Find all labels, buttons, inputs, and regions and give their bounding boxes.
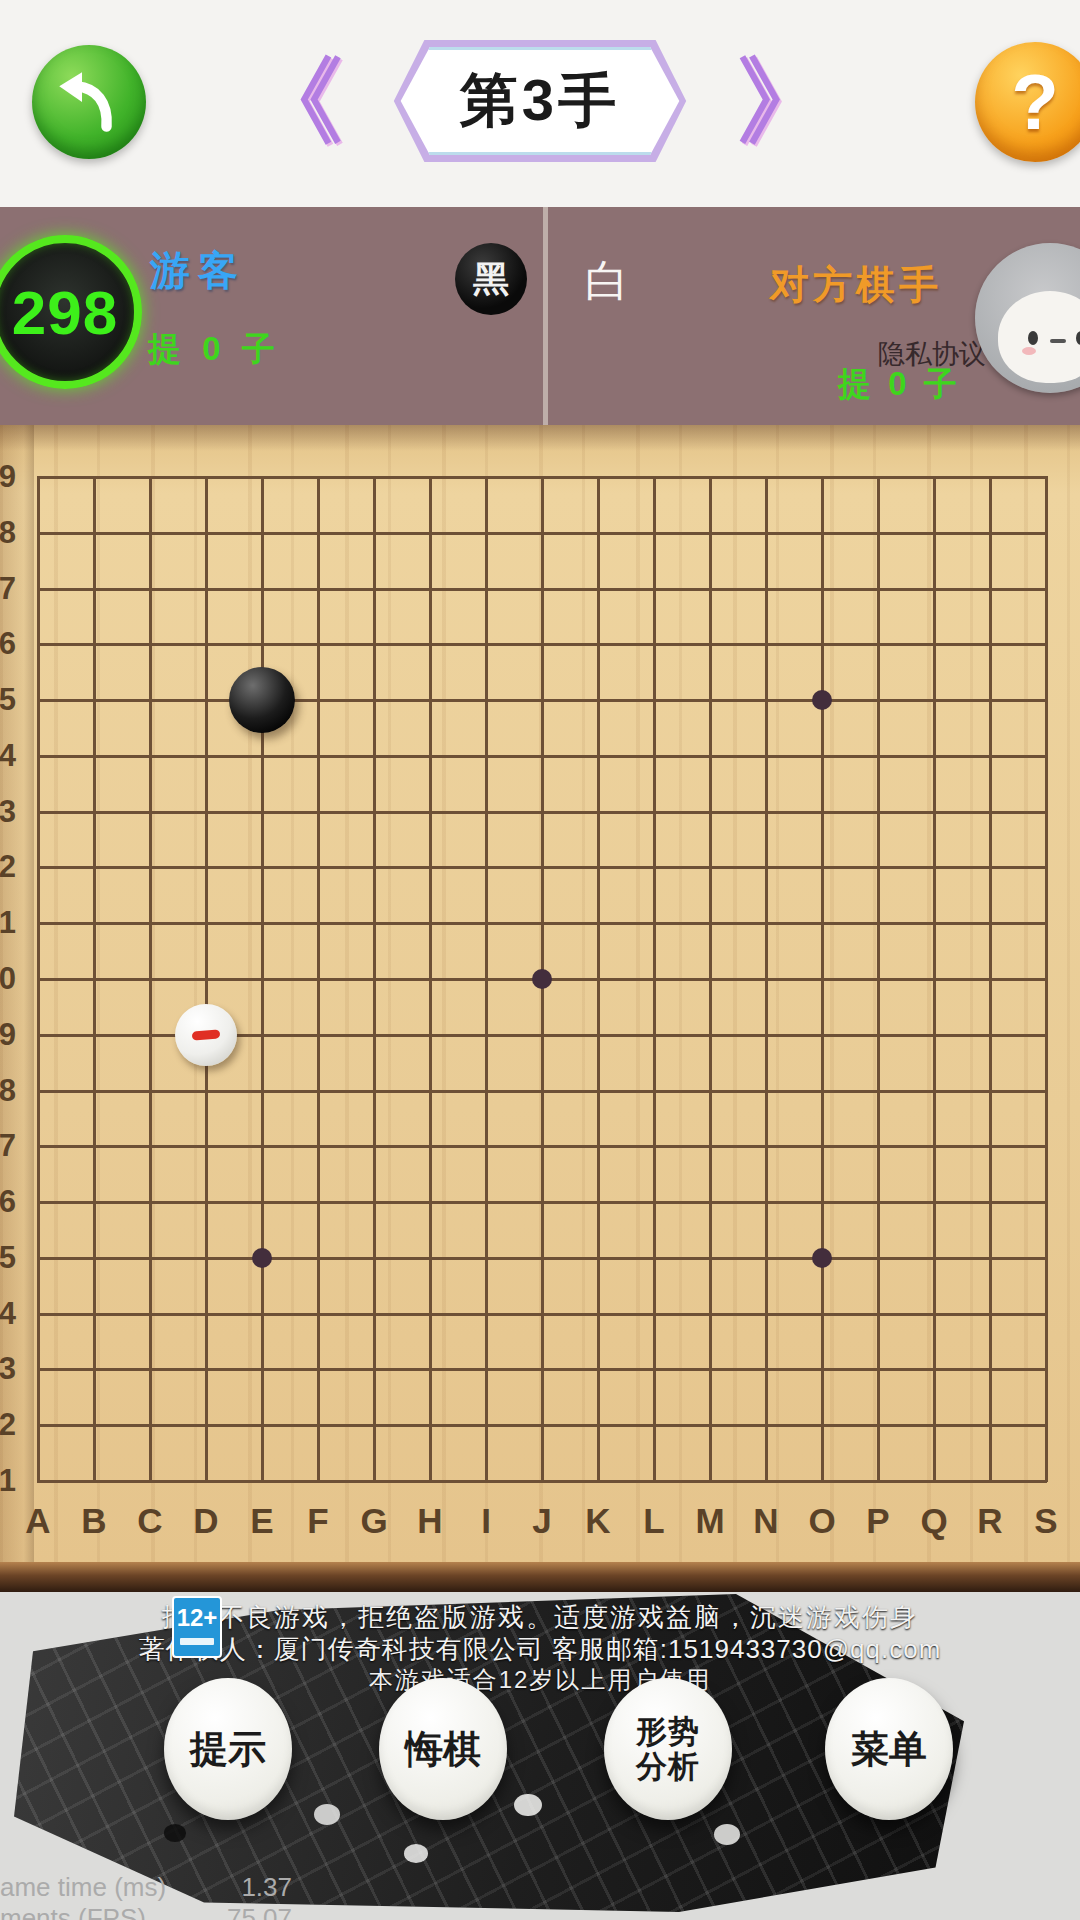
page-title: 第3手 — [460, 62, 620, 140]
photo-stone — [514, 1794, 542, 1816]
row-label: 2 — [0, 1407, 16, 1443]
copyright-notice: 著作权人：厦门传奇科技有限公司 客服邮箱:1519433730@qq.com — [0, 1632, 1080, 1667]
timer-value: 298 — [12, 277, 118, 348]
star-point — [532, 969, 552, 989]
grid-line-horizontal — [37, 1257, 1047, 1260]
debug-value-2: 75.07 — [227, 1903, 292, 1920]
col-label: J — [532, 1501, 551, 1541]
row-label: 14 — [0, 738, 16, 774]
row-label: 19 — [0, 459, 16, 495]
footer-button-label: 菜单 — [850, 1728, 928, 1770]
row-label: 17 — [0, 571, 16, 607]
row-label: 11 — [0, 905, 16, 941]
grid-line-horizontal — [37, 1201, 1047, 1204]
avatar-face — [998, 291, 1080, 383]
col-label: S — [1034, 1501, 1057, 1541]
top-bar: 《 第3手 》 ? — [0, 0, 1080, 207]
move-counter: 《 第3手 》 — [0, 26, 1080, 176]
player-bar: 298 游客 提 0 子 黑 白 对方棋手 隐私协议 提 0 子 — [0, 207, 1080, 425]
footer-button-1[interactable]: 提示 — [164, 1678, 292, 1820]
col-label: H — [417, 1501, 442, 1541]
grid-line-horizontal — [37, 1424, 1047, 1427]
row-label: 13 — [0, 794, 16, 830]
title-badge: 第3手 — [370, 40, 710, 162]
col-label: N — [753, 1501, 778, 1541]
star-point — [812, 1248, 832, 1268]
black-color-badge: 黑 — [455, 243, 527, 315]
row-label: 10 — [0, 961, 16, 997]
col-label: M — [695, 1501, 724, 1541]
col-label: I — [481, 1501, 491, 1541]
last-move-marker — [192, 1029, 221, 1040]
go-board: 19A18B17C16D15E14F13G12H11I10J9K8L7M6N5O… — [0, 425, 1080, 1565]
grid-line-horizontal — [37, 1313, 1047, 1316]
grid-line-horizontal — [37, 1368, 1047, 1371]
black-badge-label: 黑 — [473, 255, 509, 304]
footer-button-label: 提示 — [189, 1728, 267, 1770]
left-chevron-decoration: 《 — [248, 53, 344, 149]
right-chevron-decoration: 》 — [736, 53, 832, 149]
row-label: 7 — [0, 1128, 16, 1164]
grid-line-vertical — [597, 476, 600, 1482]
debug-label-1: ame time (ms) — [0, 1872, 166, 1903]
grid-line-vertical — [709, 476, 712, 1482]
grid-line-horizontal — [37, 1480, 1047, 1483]
debug-value-1: 1.37 — [241, 1872, 292, 1903]
debug-overlay: ame time (ms) 1.37 ments (FPS) 75.07 — [0, 1872, 292, 1920]
photo-stone — [714, 1824, 740, 1845]
row-label: 12 — [0, 849, 16, 885]
row-label: 5 — [0, 1240, 16, 1276]
left-player-name: 游客 — [150, 243, 246, 298]
debug-label-2: ments (FPS) — [0, 1903, 146, 1920]
grid-line-vertical — [653, 476, 656, 1482]
left-player-captures: 提 0 子 — [148, 327, 281, 372]
col-label: E — [250, 1501, 273, 1541]
row-label: 6 — [0, 1184, 16, 1220]
white-stone — [175, 1004, 237, 1066]
app-screen: 《 第3手 》 ? 298 游客 提 0 子 黑 白 对方棋手 隐私协议 提 0… — [0, 0, 1080, 1920]
row-label: 1 — [0, 1463, 16, 1499]
col-label: A — [25, 1501, 50, 1541]
footer-button-4[interactable]: 菜单 — [825, 1678, 953, 1820]
photo-stone — [404, 1844, 428, 1863]
photo-stone — [314, 1804, 340, 1825]
grid-line-vertical — [765, 476, 768, 1482]
black-stone — [229, 667, 295, 733]
panel-divider — [543, 207, 548, 425]
col-label: O — [808, 1501, 835, 1541]
age-rating-badge: 12+ — [172, 1596, 222, 1658]
grid-line-vertical — [989, 476, 992, 1482]
footer: 抵制不良游戏，拒绝盗版游戏。适度游戏益脑，沉迷游戏伤身 著作权人：厦门传奇科技有… — [0, 1592, 1080, 1920]
star-point — [252, 1248, 272, 1268]
anti-addiction-notice: 抵制不良游戏，拒绝盗版游戏。适度游戏益脑，沉迷游戏伤身 — [0, 1600, 1080, 1635]
move-timer: 298 — [0, 235, 142, 389]
col-label: F — [307, 1501, 328, 1541]
age-rating-number: 12+ — [174, 1604, 220, 1632]
row-label: 15 — [0, 682, 16, 718]
board-grid[interactable]: 19A18B17C16D15E14F13G12H11I10J9K8L7M6N5O… — [38, 477, 1046, 1481]
grid-line-horizontal — [37, 1145, 1047, 1148]
footer-button-3[interactable]: 形势分析 — [604, 1678, 732, 1820]
col-label: P — [866, 1501, 889, 1541]
col-label: B — [81, 1501, 106, 1541]
row-label: 4 — [0, 1296, 16, 1332]
col-label: K — [585, 1501, 610, 1541]
col-label: D — [193, 1501, 218, 1541]
footer-button-2[interactable]: 悔棋 — [379, 1678, 507, 1820]
right-player-name: 对方棋手 — [770, 258, 942, 312]
grid-line-vertical — [877, 476, 880, 1482]
grid-line-vertical — [1045, 476, 1048, 1482]
row-label: 3 — [0, 1351, 16, 1387]
col-label: Q — [920, 1501, 947, 1541]
photo-stone — [164, 1824, 186, 1842]
opponent-avatar — [975, 243, 1080, 393]
col-label: G — [360, 1501, 387, 1541]
footer-button-label: 悔棋 — [404, 1728, 482, 1770]
white-color-label: 白 — [585, 252, 629, 311]
question-mark-icon: ? — [1011, 57, 1059, 148]
row-label: 9 — [0, 1017, 16, 1053]
col-label: R — [977, 1501, 1002, 1541]
board-bottom-rim — [0, 1562, 1080, 1592]
col-label: C — [137, 1501, 162, 1541]
row-label: 8 — [0, 1073, 16, 1109]
star-point — [812, 690, 832, 710]
grid-line-vertical — [821, 476, 824, 1482]
col-label: L — [643, 1501, 664, 1541]
grid-line-vertical — [933, 476, 936, 1482]
grid-line-horizontal — [37, 1090, 1047, 1093]
row-label: 16 — [0, 626, 16, 662]
right-player-captures: 提 0 子 — [838, 362, 961, 407]
footer-button-label: 形势分析 — [629, 1714, 707, 1784]
row-label: 18 — [0, 515, 16, 551]
